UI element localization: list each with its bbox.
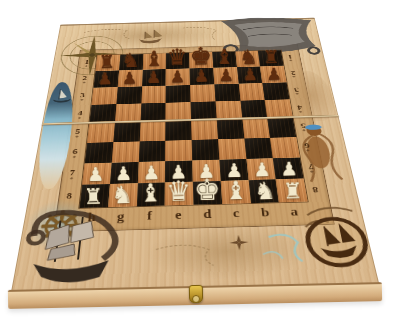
square-e8[interactable]: ♛ (165, 182, 194, 206)
piece-dark-pawn[interactable]: ♟ (262, 66, 287, 83)
piece-dark-king[interactable]: ♚ (189, 44, 213, 69)
square-c2[interactable]: ♟ (213, 67, 238, 84)
small-compass-icon (229, 235, 249, 251)
square-c8[interactable]: ♝ (220, 180, 250, 204)
square-g3[interactable] (116, 86, 142, 104)
rank-label-5: 5◆ (67, 123, 87, 143)
square-c6[interactable] (218, 138, 246, 159)
piece-light-rook[interactable]: ♜ (278, 180, 307, 202)
square-a6[interactable] (270, 137, 300, 158)
piece-dark-pawn[interactable]: ♟ (190, 68, 215, 85)
piece-light-knight[interactable]: ♞ (250, 178, 279, 203)
square-b5[interactable] (242, 118, 270, 138)
square-f5[interactable] (139, 121, 165, 141)
square-d5[interactable] (191, 120, 218, 140)
rank-label-6: 6◆ (64, 142, 85, 163)
square-b2[interactable]: ♟ (237, 66, 263, 83)
square-b8[interactable]: ♞ (248, 180, 279, 204)
square-f2[interactable]: ♟ (142, 69, 166, 86)
square-g6[interactable] (111, 141, 139, 162)
square-h7[interactable]: ♟ (82, 162, 111, 184)
piece-light-queen[interactable]: ♛ (164, 177, 193, 205)
piece-dark-queen[interactable]: ♛ (165, 46, 189, 69)
board-grid: ♜♞♝♛♚♝♞♜♟♟♟♟♟♟♟♟♟♟♟♟♟♟♟♟♜♞♝♛♚♝♞♜ (78, 50, 308, 209)
piece-light-king[interactable]: ♚ (193, 175, 222, 205)
square-a2[interactable]: ♟ (260, 66, 286, 83)
piece-light-knight[interactable]: ♞ (107, 182, 136, 207)
square-h6[interactable] (85, 142, 114, 163)
square-a5[interactable] (267, 118, 296, 138)
square-e6[interactable] (165, 140, 192, 161)
square-b3[interactable] (238, 83, 265, 101)
square-f8[interactable]: ♝ (136, 183, 165, 207)
piece-dark-pawn[interactable]: ♟ (141, 69, 166, 86)
piece-dark-knight[interactable]: ♞ (236, 47, 260, 67)
piece-light-rook[interactable]: ♜ (79, 186, 108, 208)
piece-dark-pawn[interactable]: ♟ (117, 70, 142, 87)
piece-dark-pawn[interactable]: ♟ (93, 70, 117, 87)
rank-label-2: 2◆ (75, 71, 94, 88)
square-f3[interactable] (141, 86, 166, 104)
piece-light-bishop[interactable]: ♝ (136, 181, 165, 207)
square-c5[interactable] (216, 119, 243, 139)
board-back-edge (60, 18, 315, 26)
square-h3[interactable] (91, 87, 117, 105)
piece-dark-pawn[interactable]: ♟ (214, 67, 239, 84)
piece-dark-pawn[interactable]: ♟ (165, 68, 190, 85)
rank-label-7: 7◆ (61, 163, 83, 185)
square-h2[interactable]: ♟ (93, 70, 118, 87)
product-photo-chess-set: ☸ (0, 0, 400, 334)
square-h8[interactable]: ♜ (79, 184, 109, 208)
piece-dark-pawn[interactable]: ♟ (238, 66, 263, 83)
square-f6[interactable] (138, 141, 165, 162)
square-a7[interactable]: ♟ (273, 157, 304, 179)
square-e5[interactable] (165, 121, 191, 141)
square-g2[interactable]: ♟ (118, 70, 143, 87)
square-d2[interactable]: ♟ (189, 68, 214, 85)
piece-dark-knight[interactable]: ♞ (118, 50, 142, 70)
chess-board: ☸ (10, 18, 380, 297)
square-c3[interactable] (214, 84, 240, 102)
square-g5[interactable] (113, 122, 140, 142)
square-b6[interactable] (244, 138, 273, 159)
rank-label-4: 4◆ (70, 104, 90, 123)
piece-dark-bishop[interactable]: ♝ (212, 47, 236, 68)
file-label-h: h (76, 207, 107, 228)
square-d3[interactable] (190, 84, 215, 102)
square-e2[interactable]: ♟ (166, 68, 190, 85)
bottom-map-sketch (145, 223, 313, 283)
rank-label-3: 3◆ (73, 87, 92, 105)
square-d8[interactable]: ♚ (193, 181, 222, 205)
piece-light-pawn[interactable]: ♟ (82, 165, 110, 185)
piece-dark-rook[interactable]: ♜ (95, 53, 119, 71)
square-d6[interactable] (192, 139, 220, 160)
map-ship-sketch-icon (139, 29, 163, 43)
square-a8[interactable]: ♜ (276, 179, 308, 203)
brass-latch (189, 285, 203, 303)
square-a3[interactable] (262, 82, 289, 100)
square-h5[interactable] (87, 123, 115, 143)
piece-dark-bishop[interactable]: ♝ (142, 49, 166, 70)
board-top-face: ☸ (10, 18, 380, 297)
square-g8[interactable]: ♞ (108, 183, 138, 207)
piece-light-bishop[interactable]: ♝ (221, 178, 250, 204)
rank-label-1: 1◆ (78, 55, 96, 71)
square-e3[interactable] (166, 85, 191, 103)
piece-light-pawn[interactable]: ♟ (275, 160, 303, 180)
